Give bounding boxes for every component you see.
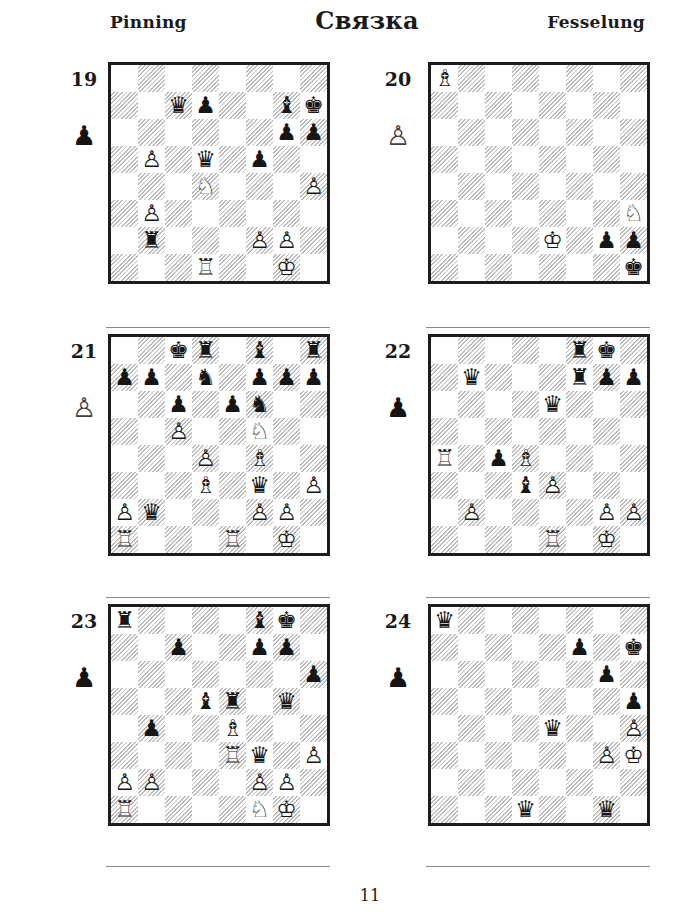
- square-d6: [192, 391, 219, 418]
- side-to-move-white-pawn-icon: ♙: [382, 122, 414, 149]
- square-f7: ♜: [566, 364, 593, 391]
- square-e7: [539, 364, 566, 391]
- square-a2: [431, 227, 458, 254]
- square-c7: [165, 364, 192, 391]
- side-to-move-black-pawn-icon: ♟: [68, 122, 100, 149]
- square-d2: [192, 499, 219, 526]
- piece-black-queen: ♛: [273, 688, 300, 715]
- diagram-number: 22: [382, 340, 414, 362]
- square-f2: [566, 227, 593, 254]
- square-f8: ♝: [246, 607, 273, 634]
- square-b3: [458, 472, 485, 499]
- square-g1: ♚♔: [273, 526, 300, 553]
- square-b2: [458, 227, 485, 254]
- piece-black-pawn: ♟: [593, 364, 620, 391]
- piece-black-rook: ♜: [111, 607, 138, 634]
- square-b6: [138, 391, 165, 418]
- square-f3: ♛: [246, 742, 273, 769]
- piece-white-pawn: ♟♙: [246, 769, 273, 796]
- square-h5: [620, 418, 647, 445]
- square-f1: ♞♘: [246, 796, 273, 823]
- square-h4: [300, 715, 327, 742]
- square-g5: [593, 146, 620, 173]
- square-c5: [165, 146, 192, 173]
- square-a3: [111, 200, 138, 227]
- square-a3: [431, 742, 458, 769]
- square-e4: ♝♗: [219, 715, 246, 742]
- square-g2: ♟♙: [593, 499, 620, 526]
- square-d7: ♟: [192, 92, 219, 119]
- square-b2: ♛: [138, 499, 165, 526]
- piece-black-pawn: ♟: [485, 445, 512, 472]
- square-c5: [485, 146, 512, 173]
- piece-black-knight: ♞: [246, 391, 273, 418]
- square-b8: [138, 65, 165, 92]
- square-b2: ♟♙: [138, 769, 165, 796]
- square-g2: ♟♙: [273, 227, 300, 254]
- square-g3: [273, 472, 300, 499]
- square-d6: [512, 391, 539, 418]
- square-a2: ♟♙: [111, 769, 138, 796]
- square-b7: ♟: [138, 364, 165, 391]
- square-g1: ♚♔: [273, 796, 300, 823]
- square-c3: [485, 472, 512, 499]
- square-e3: ♟♙: [539, 472, 566, 499]
- square-f1: [566, 254, 593, 281]
- piece-white-bishop: ♝♗: [192, 472, 219, 499]
- piece-black-pawn: ♟: [593, 661, 620, 688]
- square-f3: ♛: [246, 472, 273, 499]
- piece-white-pawn: ♟♙: [138, 769, 165, 796]
- square-g5: [273, 418, 300, 445]
- piece-black-pawn: ♟: [138, 364, 165, 391]
- square-a7: [111, 634, 138, 661]
- square-c5: [485, 418, 512, 445]
- square-c2: [485, 499, 512, 526]
- square-h7: ♚: [300, 92, 327, 119]
- square-g8: [593, 65, 620, 92]
- square-h3: ♚♔: [620, 742, 647, 769]
- square-e6: [219, 119, 246, 146]
- square-d7: [512, 634, 539, 661]
- square-g6: [273, 391, 300, 418]
- diagram-number: 23: [68, 610, 100, 632]
- piece-white-pawn: ♟♙: [539, 472, 566, 499]
- piece-black-king: ♚: [273, 607, 300, 634]
- piece-white-rook: ♜♖: [219, 742, 246, 769]
- square-e3: [539, 742, 566, 769]
- square-c7: [485, 634, 512, 661]
- square-f1: [566, 796, 593, 823]
- square-a1: ♜♖: [111, 796, 138, 823]
- square-g4: [593, 715, 620, 742]
- square-b4: [138, 173, 165, 200]
- square-f2: [566, 769, 593, 796]
- square-b3: [138, 472, 165, 499]
- square-f4: [246, 173, 273, 200]
- piece-black-queen: ♛: [539, 391, 566, 418]
- square-d5: ♛: [192, 146, 219, 173]
- square-a4: [111, 445, 138, 472]
- square-a7: [431, 634, 458, 661]
- square-g1: ♛: [593, 796, 620, 823]
- square-a4: [431, 715, 458, 742]
- piece-white-bishop: ♝♗: [246, 445, 273, 472]
- square-a6: [111, 119, 138, 146]
- square-d1: ♜♖: [192, 254, 219, 281]
- piece-black-queen: ♛: [539, 715, 566, 742]
- square-h7: ♟: [300, 364, 327, 391]
- square-d4: [512, 173, 539, 200]
- square-d7: [192, 634, 219, 661]
- piece-white-pawn: ♟♙: [246, 227, 273, 254]
- page-number: 11: [360, 886, 380, 905]
- square-e4: [539, 173, 566, 200]
- square-b8: [458, 65, 485, 92]
- piece-white-pawn: ♟♙: [138, 200, 165, 227]
- square-c3: [485, 200, 512, 227]
- square-b6: [458, 661, 485, 688]
- square-e5: [539, 418, 566, 445]
- square-h6: [300, 391, 327, 418]
- piece-black-queen: ♛: [458, 364, 485, 391]
- square-c8: [485, 607, 512, 634]
- square-e6: ♟: [219, 391, 246, 418]
- square-f6: ♞: [246, 391, 273, 418]
- square-a4: [111, 173, 138, 200]
- square-b5: [458, 688, 485, 715]
- square-g2: ♟♙: [273, 769, 300, 796]
- square-e5: [219, 418, 246, 445]
- square-b4: [458, 173, 485, 200]
- square-g6: [273, 661, 300, 688]
- piece-black-king: ♚: [165, 337, 192, 364]
- piece-black-pawn: ♟: [165, 634, 192, 661]
- square-e8: [539, 65, 566, 92]
- square-b2: [458, 769, 485, 796]
- square-h4: [620, 445, 647, 472]
- square-h3: ♟♙: [300, 472, 327, 499]
- square-f8: [246, 65, 273, 92]
- piece-white-king: ♚♔: [273, 254, 300, 281]
- piece-black-queen: ♛: [431, 607, 458, 634]
- piece-black-rook: ♜: [192, 337, 219, 364]
- square-b4: [138, 445, 165, 472]
- square-h3: [300, 200, 327, 227]
- piece-black-queen: ♛: [246, 742, 273, 769]
- square-g4: [593, 173, 620, 200]
- square-f3: [246, 200, 273, 227]
- piece-white-pawn: ♟♙: [273, 499, 300, 526]
- square-f5: [566, 418, 593, 445]
- piece-black-bishop: ♝: [246, 607, 273, 634]
- square-e7: [219, 92, 246, 119]
- square-g7: ♟: [273, 634, 300, 661]
- square-a4: ♜♖: [431, 445, 458, 472]
- square-g2: ♟♙: [273, 499, 300, 526]
- piece-black-pawn: ♟: [273, 364, 300, 391]
- square-e7: [539, 634, 566, 661]
- square-c7: [485, 92, 512, 119]
- square-c8: [165, 65, 192, 92]
- piece-white-pawn: ♟♙: [620, 715, 647, 742]
- square-a2: ♟♙: [111, 499, 138, 526]
- square-e8: [539, 607, 566, 634]
- square-g4: [273, 445, 300, 472]
- square-h8: [620, 607, 647, 634]
- piece-white-pawn: ♟♙: [593, 499, 620, 526]
- square-e5: [219, 146, 246, 173]
- square-d3: ♝♗: [192, 472, 219, 499]
- square-d3: [192, 200, 219, 227]
- square-h3: ♟♙: [300, 742, 327, 769]
- square-a6: [111, 391, 138, 418]
- square-h2: [300, 227, 327, 254]
- square-g3: [593, 472, 620, 499]
- square-h4: [620, 173, 647, 200]
- diagram-22: 22 ♟ ♜♚♛♜♟♟♛♜♖♟♝♗♝♟♙♟♙♟♙♟♙♜♖♚♔: [382, 334, 682, 564]
- square-a7: [111, 92, 138, 119]
- piece-black-queen: ♛: [246, 472, 273, 499]
- square-d2: [192, 769, 219, 796]
- chessboard-21: ♚♜♝♜♟♟♞♟♟♟♟♟♞♟♙♞♘♟♙♝♗♝♗♛♟♙♟♙♛♟♙♟♙♜♖♜♖♚♔: [108, 334, 330, 556]
- square-f8: ♝: [246, 337, 273, 364]
- square-f3: [566, 472, 593, 499]
- diagram-number: 21: [68, 340, 100, 362]
- square-d3: [192, 742, 219, 769]
- answer-line: [426, 327, 650, 328]
- piece-black-pawn: ♟: [138, 715, 165, 742]
- piece-white-pawn: ♟♙: [246, 499, 273, 526]
- square-d6: [512, 661, 539, 688]
- diagram-21: 21 ♙ ♚♜♝♜♟♟♞♟♟♟♟♟♞♟♙♞♘♟♙♝♗♝♗♛♟♙♟♙♛♟♙♟♙♜♖…: [68, 334, 368, 564]
- square-a4: [431, 173, 458, 200]
- square-f1: [246, 254, 273, 281]
- square-a5: [111, 146, 138, 173]
- piece-white-pawn: ♟♙: [300, 472, 327, 499]
- diagram-20: 20 ♙ ♝♗♞♘♚♔♟♟♚: [382, 62, 682, 292]
- piece-white-pawn: ♟♙: [138, 146, 165, 173]
- piece-white-rook: ♜♖: [192, 254, 219, 281]
- square-d1: [192, 796, 219, 823]
- square-h8: [620, 65, 647, 92]
- square-b2: ♜: [138, 227, 165, 254]
- square-g3: [273, 200, 300, 227]
- square-c6: [485, 391, 512, 418]
- square-f4: [566, 173, 593, 200]
- square-c2: [165, 499, 192, 526]
- piece-black-rook: ♜: [566, 364, 593, 391]
- square-e8: [219, 607, 246, 634]
- piece-white-bishop: ♝♗: [512, 445, 539, 472]
- square-b8: [458, 607, 485, 634]
- square-e3: ♜♖: [219, 742, 246, 769]
- chessboard-20: ♝♗♞♘♚♔♟♟♚: [428, 62, 650, 284]
- square-h7: ♚: [620, 634, 647, 661]
- square-h8: ♜: [300, 337, 327, 364]
- piece-white-king: ♚♔: [539, 227, 566, 254]
- piece-white-knight: ♞♘: [620, 200, 647, 227]
- square-e6: ♛: [539, 391, 566, 418]
- square-g8: [273, 65, 300, 92]
- square-c6: [485, 119, 512, 146]
- piece-white-knight: ♞♘: [246, 796, 273, 823]
- square-d3: ♝: [512, 472, 539, 499]
- square-b1: [458, 796, 485, 823]
- square-a5: [431, 146, 458, 173]
- square-a1: [431, 254, 458, 281]
- piece-black-pawn: ♟: [246, 634, 273, 661]
- piece-white-rook: ♜♖: [431, 445, 458, 472]
- square-d4: ♞♘: [192, 173, 219, 200]
- square-f6: [246, 661, 273, 688]
- piece-black-bishop: ♝: [246, 337, 273, 364]
- square-a3: [431, 472, 458, 499]
- square-f4: [246, 715, 273, 742]
- square-c4: [165, 715, 192, 742]
- square-c8: [165, 607, 192, 634]
- square-b6: [138, 661, 165, 688]
- piece-black-pawn: ♟: [566, 634, 593, 661]
- piece-white-bishop: ♝♗: [431, 65, 458, 92]
- square-b8: [458, 337, 485, 364]
- piece-white-pawn: ♟♙: [192, 445, 219, 472]
- square-d7: [512, 92, 539, 119]
- diagram-number: 24: [382, 610, 414, 632]
- piece-white-pawn: ♟♙: [593, 742, 620, 769]
- square-e4: ♛: [539, 715, 566, 742]
- square-f2: ♟♙: [246, 769, 273, 796]
- square-h6: [620, 661, 647, 688]
- piece-white-pawn: ♟♙: [111, 499, 138, 526]
- square-c7: ♟: [165, 634, 192, 661]
- square-f1: [566, 526, 593, 553]
- piece-black-bishop: ♝: [273, 92, 300, 119]
- square-g5: ♛: [273, 688, 300, 715]
- piece-black-pawn: ♟: [165, 391, 192, 418]
- square-c3: [165, 742, 192, 769]
- square-g8: [273, 337, 300, 364]
- square-b6: [458, 391, 485, 418]
- square-f6: [246, 119, 273, 146]
- square-c1: [485, 254, 512, 281]
- square-g5: [273, 146, 300, 173]
- square-a1: [111, 254, 138, 281]
- square-g7: ♝: [273, 92, 300, 119]
- piece-black-pawn: ♟: [219, 391, 246, 418]
- square-e2: [219, 227, 246, 254]
- square-b4: ♟: [138, 715, 165, 742]
- square-d8: [512, 607, 539, 634]
- square-c5: [165, 688, 192, 715]
- square-a5: [431, 418, 458, 445]
- square-b8: [138, 337, 165, 364]
- square-b7: [138, 634, 165, 661]
- square-f3: [566, 200, 593, 227]
- square-e2: ♚♔: [539, 227, 566, 254]
- square-c4: [165, 445, 192, 472]
- square-a6: [431, 119, 458, 146]
- square-f1: [246, 526, 273, 553]
- square-b3: [458, 742, 485, 769]
- square-e1: [539, 254, 566, 281]
- piece-black-pawn: ♟: [300, 119, 327, 146]
- square-b7: ♛: [458, 364, 485, 391]
- square-g2: ♟: [593, 227, 620, 254]
- square-d1: [512, 526, 539, 553]
- header-title-en: Pinning: [110, 12, 187, 32]
- square-e2: [539, 499, 566, 526]
- square-e7: [539, 92, 566, 119]
- square-e2: [219, 769, 246, 796]
- piece-black-king: ♚: [593, 337, 620, 364]
- square-b1: [458, 526, 485, 553]
- square-a8: [111, 337, 138, 364]
- square-f6: [566, 661, 593, 688]
- piece-black-bishop: ♝: [512, 472, 539, 499]
- square-h5: [300, 146, 327, 173]
- square-d6: [192, 661, 219, 688]
- piece-white-pawn: ♟♙: [273, 227, 300, 254]
- diagram-number: 20: [382, 68, 414, 90]
- piece-black-queen: ♛: [593, 796, 620, 823]
- piece-black-pawn: ♟: [273, 119, 300, 146]
- square-a1: [431, 526, 458, 553]
- square-f8: [566, 65, 593, 92]
- square-a2: [431, 769, 458, 796]
- answer-line: [426, 597, 650, 598]
- square-g1: [593, 254, 620, 281]
- piece-black-pawn: ♟: [620, 688, 647, 715]
- square-a7: [431, 92, 458, 119]
- square-g8: ♚: [273, 607, 300, 634]
- square-f4: [566, 445, 593, 472]
- square-a8: ♜: [111, 607, 138, 634]
- square-a7: [431, 364, 458, 391]
- square-a5: [111, 418, 138, 445]
- square-b6: [458, 119, 485, 146]
- square-h1: ♚: [620, 254, 647, 281]
- square-d7: ♞: [192, 364, 219, 391]
- square-c4: [485, 173, 512, 200]
- square-f4: ♝♗: [246, 445, 273, 472]
- square-d2: [512, 227, 539, 254]
- side-to-move-black-pawn-icon: ♟: [382, 664, 414, 691]
- square-d6: [192, 119, 219, 146]
- piece-black-queen: ♛: [138, 499, 165, 526]
- square-a4: [111, 715, 138, 742]
- square-h3: [620, 472, 647, 499]
- square-h5: ♟: [620, 688, 647, 715]
- piece-white-rook: ♜♖: [111, 796, 138, 823]
- chessboard-24: ♛♟♚♟♟♛♟♙♟♙♚♔♛♛: [428, 604, 650, 826]
- piece-black-knight: ♞: [192, 364, 219, 391]
- square-e7: [219, 634, 246, 661]
- square-f5: [246, 688, 273, 715]
- square-h6: [620, 119, 647, 146]
- square-e4: [219, 173, 246, 200]
- piece-white-knight: ♞♘: [192, 173, 219, 200]
- square-a6: [431, 391, 458, 418]
- chessboard-22: ♜♚♛♜♟♟♛♜♖♟♝♗♝♟♙♟♙♟♙♟♙♜♖♚♔: [428, 334, 650, 556]
- square-b4: [458, 715, 485, 742]
- square-a5: [431, 688, 458, 715]
- piece-white-knight: ♞♘: [246, 418, 273, 445]
- square-e5: ♜: [219, 688, 246, 715]
- piece-black-queen: ♛: [512, 796, 539, 823]
- square-a1: ♜♖: [111, 526, 138, 553]
- square-c8: [485, 337, 512, 364]
